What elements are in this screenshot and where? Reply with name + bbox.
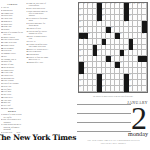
clue-item: 29 Where to find late-night movies on TV xyxy=(26,56,48,61)
cell-number: 6 xyxy=(106,3,107,5)
cell-number: 36 xyxy=(97,50,99,52)
cell-number: 12 xyxy=(138,3,140,5)
cell-number: 48 xyxy=(102,80,104,82)
crossword-grid[interactable]: 1234567891011121314151617181920212223242… xyxy=(78,2,148,93)
cell-number: 21 xyxy=(97,21,99,23)
cell-number: 23 xyxy=(79,27,81,29)
weekday-label: monday xyxy=(108,130,148,137)
clue-item: 3 Long-winded speaker's problem, informa… xyxy=(1,123,23,130)
cell-number: 19 xyxy=(129,15,131,17)
cell-number: 49 xyxy=(129,80,131,82)
footer-text: THE NEW YORK TIMES DAILY CROSSWORD PUZZL… xyxy=(78,139,149,144)
cell-number: 15 xyxy=(102,9,104,11)
cell-number: 17 xyxy=(79,15,81,17)
cell-number: 26 xyxy=(120,33,122,35)
cell-number: 31 xyxy=(133,38,135,40)
cell-number: 8 xyxy=(115,3,116,5)
cell-number: 9 xyxy=(120,3,121,5)
cell-number: 22 xyxy=(124,21,126,23)
clue-item: 5 Come up, as a topic of conversation xyxy=(26,2,48,7)
cell-number: 13 xyxy=(142,3,144,5)
cell-number: 34 xyxy=(133,44,135,46)
cell-number: 16 xyxy=(129,9,131,11)
cell-number: 46 xyxy=(129,74,131,76)
cell-number: 18 xyxy=(102,15,104,17)
cell-number: 7 xyxy=(111,3,112,5)
cell-number: 5 xyxy=(102,3,103,5)
calendar-page: ACROSS1 Tiny bit5 Wading bird10 Gumbo po… xyxy=(0,0,150,150)
clue-item: 8 Cry heard at a fireworks show xyxy=(26,17,48,22)
nyt-masthead-logo: The New York Times xyxy=(0,133,76,142)
footer-line-2: EDITED BY WILL SHORTZ xyxy=(78,142,149,145)
cell-number: 44 xyxy=(79,74,81,76)
cell-number: 27 xyxy=(142,33,144,35)
cell-number: 51 xyxy=(102,86,104,88)
cell-number: 32 xyxy=(79,44,81,46)
cell-number: 28 xyxy=(79,38,81,40)
clue-item: 1 Sound of a horn in slow city traffic xyxy=(1,113,23,118)
cell-number: 14 xyxy=(79,9,81,11)
day-number: 2 xyxy=(107,104,147,132)
clue-item: 21 Classic breakfast order that comes wi… xyxy=(26,43,48,48)
cell-number: 37 xyxy=(124,50,126,52)
cell-number: 40 xyxy=(120,56,122,58)
clue-item: 40 Month after April xyxy=(26,61,48,63)
cell-number: 4 xyxy=(93,3,94,5)
cell-number: 39 xyxy=(111,56,113,58)
clue-item: 20 Start of a thought for the new year xyxy=(1,31,23,36)
cell-number: 25 xyxy=(88,33,90,35)
cell-number: 3 xyxy=(88,3,89,5)
cell-number: 43 xyxy=(84,68,86,70)
cell-number: 24 xyxy=(111,27,113,29)
cell-number: 11 xyxy=(133,3,135,5)
cell-number: 45 xyxy=(102,74,104,76)
cell-number: 50 xyxy=(79,86,81,88)
cell-number: 47 xyxy=(79,80,81,82)
cell-number: 2 xyxy=(84,3,85,5)
clue-item: 12 Place to hang a winter coat xyxy=(26,35,48,40)
cell-number: 42 xyxy=(120,62,122,64)
grid-cell[interactable] xyxy=(142,86,147,92)
clue-item: 2 Fruit often packed in a lunchbox xyxy=(1,118,23,123)
clue-item: 9 Kitchen appliance for quick meals xyxy=(26,22,48,27)
cell-number: 1 xyxy=(79,3,80,5)
grid-caption: The answer to today's puzzle is on the b… xyxy=(78,95,148,97)
cell-number: 10 xyxy=(129,3,131,5)
cell-number: 41 xyxy=(84,62,86,64)
cell-number: 29 xyxy=(84,38,86,40)
clue-item: 7 What a gardener may do after a long wi… xyxy=(26,10,48,17)
cell-number: 35 xyxy=(79,50,81,52)
cell-number: 20 xyxy=(79,21,81,23)
cell-number: 30 xyxy=(106,38,108,40)
clue-list: ACROSS1 Tiny bit5 Wading bird10 Gumbo po… xyxy=(1,2,74,133)
cell-number: 52 xyxy=(129,86,131,88)
cell-number: 38 xyxy=(79,56,81,58)
cell-number: 33 xyxy=(97,44,99,46)
clue-item: 11 One giving free advice around the off… xyxy=(26,30,48,35)
